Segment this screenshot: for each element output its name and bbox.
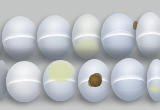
bead-reflection-streak <box>39 34 71 49</box>
bead-reflection-streak <box>4 34 36 49</box>
bead-front-1 <box>6 61 43 102</box>
swirl-band <box>114 74 143 91</box>
bead-sheen-highlight <box>139 15 160 31</box>
bead-reflection-streak <box>8 78 41 92</box>
bead-reflection-streak <box>137 31 160 46</box>
bead-sheen-highlight <box>6 19 33 34</box>
bead-photo: Two strands of glossy pale blue lace aga… <box>0 0 160 110</box>
bead-front-4 <box>111 58 147 101</box>
bead-sheen-highlight <box>10 64 38 79</box>
bead-sheen-highlight <box>41 18 68 34</box>
bead-front-5 <box>147 59 160 101</box>
swirl-band <box>104 29 133 48</box>
bead-front-3 <box>78 59 111 102</box>
brown-inclusion-spot <box>89 74 102 87</box>
bead-front-2 <box>43 60 78 101</box>
green-patch <box>150 85 159 92</box>
bead-sheen-highlight <box>76 17 100 33</box>
bead-sheen-highlight <box>149 62 160 77</box>
green-patch <box>48 62 73 82</box>
